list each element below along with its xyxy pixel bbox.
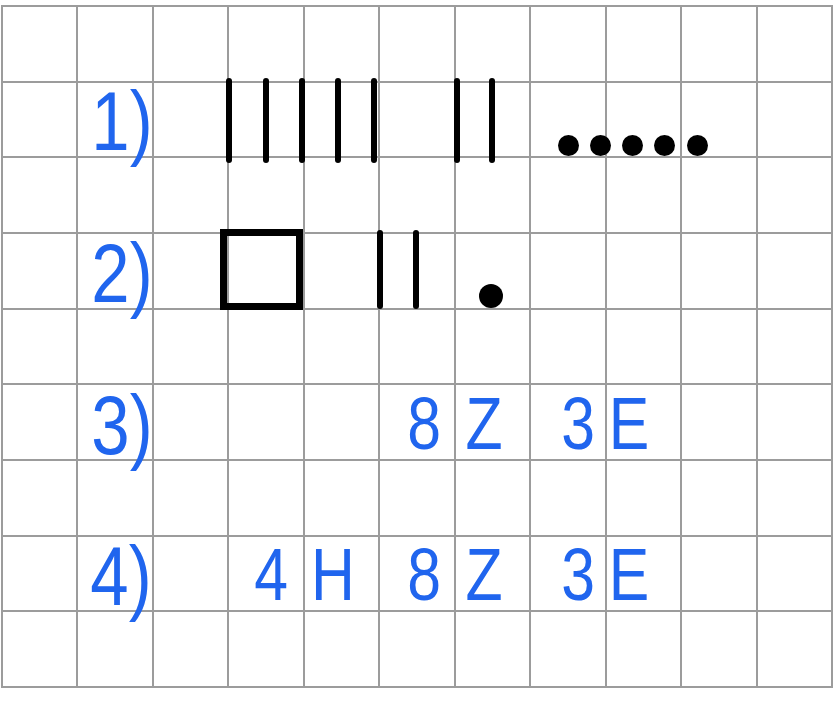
- problem-3-label: 3): [91, 383, 152, 467]
- p4-hundreds-unit: H: [311, 538, 355, 612]
- ones-dot: [622, 135, 643, 156]
- ones-dot: [479, 284, 503, 308]
- p4-hundreds-count: 4: [254, 538, 288, 612]
- worksheet-page: 1) 2) 3) 4) 8 Z 3 E 4 H 8 Z 3 E: [0, 0, 833, 719]
- p3-ones-count: 3: [561, 387, 595, 461]
- tens-stroke: [489, 78, 495, 163]
- problem-1-label: 1): [91, 79, 152, 163]
- p4-tens-count: 8: [407, 538, 441, 612]
- tens-stroke: [454, 78, 460, 163]
- p3-tens-unit: Z: [465, 387, 502, 461]
- tens-stroke: [226, 78, 232, 163]
- p4-ones-count: 3: [561, 538, 595, 612]
- p3-tens-count: 8: [407, 387, 441, 461]
- tens-stroke: [335, 78, 341, 163]
- hundreds-square: [220, 229, 303, 310]
- ones-dot: [558, 135, 579, 156]
- tens-stroke: [371, 78, 377, 163]
- p4-ones-unit: E: [609, 538, 649, 612]
- worksheet: { "game": "place-value notation workshee…: [0, 0, 833, 719]
- tens-stroke: [263, 78, 269, 163]
- ones-dot: [590, 135, 611, 156]
- tens-stroke: [299, 78, 305, 163]
- ones-dot: [654, 135, 675, 156]
- tens-stroke: [377, 230, 383, 309]
- problem-4-label: 4): [90, 534, 151, 618]
- p3-ones-unit: E: [609, 387, 649, 461]
- p4-tens-unit: Z: [465, 538, 502, 612]
- problem-2-label: 2): [91, 231, 152, 315]
- tens-stroke: [413, 230, 419, 309]
- ones-dot: [687, 135, 708, 156]
